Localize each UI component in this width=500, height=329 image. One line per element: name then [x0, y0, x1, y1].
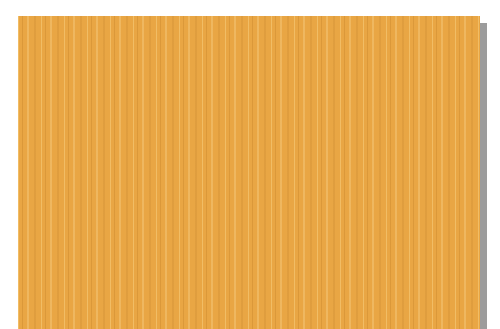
go-diagram	[0, 0, 500, 329]
board-grid[interactable]	[19, 21, 475, 329]
